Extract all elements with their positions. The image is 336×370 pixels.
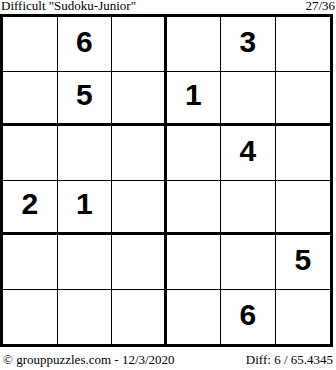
cell-r5c3-empty[interactable] xyxy=(112,235,167,290)
cell-r4c1-given: 2 xyxy=(3,181,58,236)
cell-r6c3-empty[interactable] xyxy=(112,290,167,345)
cell-r3c5-given: 4 xyxy=(221,126,276,181)
cell-r1c6-empty[interactable] xyxy=(276,17,331,72)
header: Difficult "Sudoku-Junior" 27/36 xyxy=(1,0,335,13)
cell-r2c3-empty[interactable] xyxy=(112,72,167,127)
progress-counter: 27/36 xyxy=(305,0,335,13)
cell-r3c1-empty[interactable] xyxy=(3,126,58,181)
cell-r2c6-empty[interactable] xyxy=(276,72,331,127)
puzzle-title: Difficult "Sudoku-Junior" xyxy=(1,0,136,13)
copyright-text: © grouppuzzles.com - 12/3/2020 xyxy=(3,352,175,367)
sudoku-board: 635142156 xyxy=(0,14,333,347)
cell-r5c2-empty[interactable] xyxy=(58,235,113,290)
cell-r6c5-given: 6 xyxy=(221,290,276,345)
cell-r4c4-empty[interactable] xyxy=(167,181,222,236)
cell-r2c2-given: 5 xyxy=(58,72,113,127)
cell-r5c6-given: 5 xyxy=(276,235,331,290)
cell-r3c2-empty[interactable] xyxy=(58,126,113,181)
cell-r6c6-empty[interactable] xyxy=(276,290,331,345)
cell-r2c1-empty[interactable] xyxy=(3,72,58,127)
footer: © grouppuzzles.com - 12/3/2020 Diff: 6 /… xyxy=(3,352,333,367)
cell-r1c2-given: 6 xyxy=(58,17,113,72)
cell-r2c4-given: 1 xyxy=(167,72,222,127)
cell-r6c1-empty[interactable] xyxy=(3,290,58,345)
cell-r5c4-empty[interactable] xyxy=(167,235,222,290)
cell-r1c5-given: 3 xyxy=(221,17,276,72)
cell-r4c3-empty[interactable] xyxy=(112,181,167,236)
cell-r2c5-empty[interactable] xyxy=(221,72,276,127)
cell-r1c1-empty[interactable] xyxy=(3,17,58,72)
cell-r4c6-empty[interactable] xyxy=(276,181,331,236)
cell-r1c3-empty[interactable] xyxy=(112,17,167,72)
cell-r5c5-empty[interactable] xyxy=(221,235,276,290)
cell-r3c4-empty[interactable] xyxy=(167,126,222,181)
cell-r1c4-empty[interactable] xyxy=(167,17,222,72)
cell-r4c2-given: 1 xyxy=(58,181,113,236)
cell-r3c3-empty[interactable] xyxy=(112,126,167,181)
cell-r6c2-empty[interactable] xyxy=(58,290,113,345)
cell-r6c4-empty[interactable] xyxy=(167,290,222,345)
cell-r4c5-empty[interactable] xyxy=(221,181,276,236)
difficulty-text: Diff: 6 / 65.4345 xyxy=(246,352,333,367)
cell-r5c1-empty[interactable] xyxy=(3,235,58,290)
cell-r3c6-empty[interactable] xyxy=(276,126,331,181)
